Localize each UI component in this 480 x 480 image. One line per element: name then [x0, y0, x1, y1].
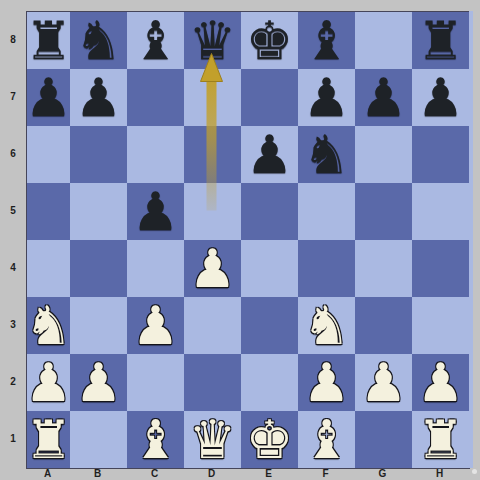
- rank-label: 2: [0, 353, 26, 410]
- piece-black-bishop[interactable]: ♝: [132, 14, 180, 67]
- square-b5[interactable]: [70, 183, 127, 240]
- square-b3[interactable]: [70, 297, 127, 354]
- square-h2[interactable]: ♟: [412, 354, 469, 411]
- square-a2[interactable]: ♟: [27, 354, 70, 411]
- square-a1[interactable]: ♜: [27, 411, 70, 468]
- square-c3[interactable]: ♟: [127, 297, 184, 354]
- square-a6[interactable]: [27, 126, 70, 183]
- rank-label: 6: [0, 125, 26, 182]
- square-a7[interactable]: ♟: [27, 69, 70, 126]
- corner-dot: [472, 469, 477, 474]
- square-e7[interactable]: [241, 69, 298, 126]
- square-d2[interactable]: [184, 354, 241, 411]
- square-h1[interactable]: ♜: [412, 411, 469, 468]
- piece-black-pawn[interactable]: ♟: [360, 71, 408, 124]
- square-c1[interactable]: ♝: [127, 411, 184, 468]
- file-label: G: [354, 467, 411, 480]
- square-d1[interactable]: ♛: [184, 411, 241, 468]
- square-h3[interactable]: [412, 297, 469, 354]
- square-h8[interactable]: ♜: [412, 12, 469, 69]
- piece-white-king[interactable]: ♚: [246, 413, 294, 466]
- square-f7[interactable]: ♟: [298, 69, 355, 126]
- piece-black-pawn[interactable]: ♟: [25, 71, 73, 124]
- square-b8[interactable]: ♞: [70, 12, 127, 69]
- file-label: C: [126, 467, 183, 480]
- square-h7[interactable]: ♟: [412, 69, 469, 126]
- square-a3[interactable]: ♞: [27, 297, 70, 354]
- chess-board-panel: 87654321 ♜♞♝♛♚♝♜♟♟♟♟♟♟♞♟♟♞♟♞♟♟♟♟♟♜♝♛♚♝♜ …: [0, 0, 480, 480]
- square-f5[interactable]: [298, 183, 355, 240]
- square-f4[interactable]: [298, 240, 355, 297]
- rank-labels: 87654321: [0, 11, 26, 468]
- square-c4[interactable]: [127, 240, 184, 297]
- piece-black-pawn[interactable]: ♟: [246, 128, 294, 181]
- square-c6[interactable]: [127, 126, 184, 183]
- square-a8[interactable]: ♜: [27, 12, 70, 69]
- piece-black-pawn[interactable]: ♟: [303, 71, 351, 124]
- piece-black-knight[interactable]: ♞: [303, 128, 351, 181]
- piece-white-rook[interactable]: ♜: [25, 413, 73, 466]
- square-e2[interactable]: [241, 354, 298, 411]
- square-d8[interactable]: ♛: [184, 12, 241, 69]
- square-h6[interactable]: [412, 126, 469, 183]
- square-g5[interactable]: [355, 183, 412, 240]
- file-label: H: [411, 467, 468, 480]
- square-g4[interactable]: [355, 240, 412, 297]
- rank-label: 7: [0, 68, 26, 125]
- piece-white-pawn[interactable]: ♟: [189, 242, 237, 295]
- square-c2[interactable]: [127, 354, 184, 411]
- square-c7[interactable]: [127, 69, 184, 126]
- square-f6[interactable]: ♞: [298, 126, 355, 183]
- piece-white-knight[interactable]: ♞: [25, 299, 73, 352]
- piece-black-rook[interactable]: ♜: [25, 14, 73, 67]
- square-e3[interactable]: [241, 297, 298, 354]
- square-a4[interactable]: [27, 240, 70, 297]
- piece-white-knight[interactable]: ♞: [303, 299, 351, 352]
- square-h5[interactable]: [412, 183, 469, 240]
- square-g2[interactable]: ♟: [355, 354, 412, 411]
- piece-white-pawn[interactable]: ♟: [25, 356, 73, 409]
- piece-black-rook[interactable]: ♜: [417, 14, 465, 67]
- square-f1[interactable]: ♝: [298, 411, 355, 468]
- piece-white-pawn[interactable]: ♟: [303, 356, 351, 409]
- piece-white-bishop[interactable]: ♝: [303, 413, 351, 466]
- square-d6[interactable]: [184, 126, 241, 183]
- square-g6[interactable]: [355, 126, 412, 183]
- rank-label: 1: [0, 410, 26, 467]
- square-f3[interactable]: ♞: [298, 297, 355, 354]
- square-e6[interactable]: ♟: [241, 126, 298, 183]
- piece-white-rook[interactable]: ♜: [417, 413, 465, 466]
- square-g3[interactable]: [355, 297, 412, 354]
- square-h4[interactable]: [412, 240, 469, 297]
- square-d4[interactable]: ♟: [184, 240, 241, 297]
- square-c5[interactable]: ♟: [127, 183, 184, 240]
- square-e1[interactable]: ♚: [241, 411, 298, 468]
- square-e5[interactable]: [241, 183, 298, 240]
- square-e4[interactable]: [241, 240, 298, 297]
- rank-label: 3: [0, 296, 26, 353]
- piece-black-queen[interactable]: ♛: [189, 14, 237, 67]
- square-b6[interactable]: [70, 126, 127, 183]
- square-a5[interactable]: [27, 183, 70, 240]
- piece-black-pawn[interactable]: ♟: [75, 71, 123, 124]
- piece-white-pawn[interactable]: ♟: [132, 299, 180, 352]
- file-label: B: [69, 467, 126, 480]
- piece-white-bishop[interactable]: ♝: [132, 413, 180, 466]
- rank-label: 5: [0, 182, 26, 239]
- rank-label: 8: [0, 11, 26, 68]
- square-g8[interactable]: [355, 12, 412, 69]
- square-e8[interactable]: ♚: [241, 12, 298, 69]
- piece-black-pawn[interactable]: ♟: [417, 71, 465, 124]
- file-label: F: [297, 467, 354, 480]
- piece-white-queen[interactable]: ♛: [189, 413, 237, 466]
- piece-black-king[interactable]: ♚: [246, 14, 294, 67]
- square-d7[interactable]: [184, 69, 241, 126]
- square-g1[interactable]: [355, 411, 412, 468]
- square-f2[interactable]: ♟: [298, 354, 355, 411]
- piece-black-knight[interactable]: ♞: [75, 14, 123, 67]
- square-c8[interactable]: ♝: [127, 12, 184, 69]
- file-label: A: [26, 467, 69, 480]
- square-b1[interactable]: [70, 411, 127, 468]
- piece-white-pawn[interactable]: ♟: [360, 356, 408, 409]
- piece-black-bishop[interactable]: ♝: [303, 14, 351, 67]
- piece-white-pawn[interactable]: ♟: [417, 356, 465, 409]
- square-g7[interactable]: ♟: [355, 69, 412, 126]
- board-right-edge: [469, 11, 473, 468]
- square-f8[interactable]: ♝: [298, 12, 355, 69]
- square-b7[interactable]: ♟: [70, 69, 127, 126]
- square-d5[interactable]: [184, 183, 241, 240]
- square-d3[interactable]: [184, 297, 241, 354]
- square-b2[interactable]: ♟: [70, 354, 127, 411]
- file-label: D: [183, 467, 240, 480]
- piece-black-pawn[interactable]: ♟: [132, 185, 180, 238]
- piece-white-pawn[interactable]: ♟: [75, 356, 123, 409]
- file-label: E: [240, 467, 297, 480]
- file-labels: ABCDEFGH: [26, 467, 470, 480]
- chess-board: ♜♞♝♛♚♝♜♟♟♟♟♟♟♞♟♟♞♟♞♟♟♟♟♟♜♝♛♚♝♜: [26, 11, 470, 469]
- rank-label: 4: [0, 239, 26, 296]
- square-b4[interactable]: [70, 240, 127, 297]
